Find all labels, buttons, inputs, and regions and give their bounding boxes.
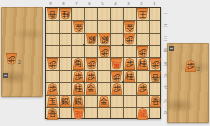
board-square-4-8[interactable]	[109, 94, 122, 106]
piece-glyph: 桂	[126, 73, 134, 81]
gote-hand-count: 2	[18, 60, 21, 65]
piece-glyph: 銀	[87, 35, 95, 43]
board-square-7-4[interactable]	[71, 44, 84, 56]
board-square-3-1[interactable]	[122, 7, 135, 19]
board-square-4-2[interactable]	[109, 19, 122, 31]
shogi-board: 香桂王金金銀銀歩歩歩歩角歩馬歩桂歩歩歩歩桂香歩桂金歩歩玉銀銀金香香龍龍	[45, 7, 161, 119]
piece-glyph: 桂	[74, 85, 82, 93]
gote-hand-panel: 歩 2	[1, 7, 43, 97]
file-label: 4	[114, 1, 116, 5]
board-square-6-2[interactable]	[84, 19, 97, 31]
piece-glyph: 歩	[126, 35, 134, 43]
sente-hand-piece-glyph: 歩	[187, 62, 195, 70]
sente-hand-count: 2	[197, 67, 200, 72]
file-label: 5	[101, 1, 103, 5]
board-square-9-6[interactable]	[45, 69, 58, 81]
piece-glyph: 角	[74, 60, 82, 68]
piece-glyph: 歩	[152, 60, 160, 68]
board-square-8-9[interactable]	[58, 107, 71, 119]
sente-hand-piece[interactable]: 歩	[185, 60, 196, 72]
rank-label: 五	[163, 61, 167, 65]
board-square-7-3[interactable]	[71, 32, 84, 44]
rank-label: 二	[163, 24, 167, 28]
piece-glyph: 王	[139, 10, 147, 18]
piece-glyph: 香	[152, 72, 160, 80]
piece-glyph: 龍	[74, 109, 82, 117]
board-square-5-7[interactable]	[97, 82, 110, 94]
board-square-6-1[interactable]	[84, 7, 97, 19]
piece-glyph: 桂	[139, 60, 147, 68]
piece-glyph: 金	[87, 85, 95, 93]
board-square-9-4[interactable]	[45, 44, 58, 56]
board-square-1-1[interactable]	[148, 7, 161, 19]
piece-glyph: 歩	[100, 47, 108, 55]
board-square-5-6[interactable]	[97, 69, 110, 81]
rank-label: 九	[163, 111, 167, 115]
file-label: 7	[75, 1, 77, 5]
board-square-8-3[interactable]	[58, 32, 71, 44]
piece-glyph: 歩	[74, 73, 82, 81]
piece-glyph: 歩	[48, 85, 56, 93]
board-square-7-1[interactable]	[71, 7, 84, 19]
file-label: 3	[127, 1, 129, 5]
piece-glyph: 銀	[61, 98, 69, 106]
file-label: 8	[63, 1, 65, 5]
board-square-2-6[interactable]	[135, 69, 148, 81]
rank-label: 六	[163, 73, 167, 77]
piece-glyph: 銀	[100, 35, 108, 43]
board-square-5-5[interactable]	[97, 57, 110, 69]
board-square-4-3[interactable]	[109, 32, 122, 44]
board-square-3-4[interactable]	[122, 44, 135, 56]
board-square-9-3[interactable]	[45, 32, 58, 44]
board-square-8-5[interactable]	[58, 57, 71, 69]
board-square-9-2[interactable]	[45, 19, 58, 31]
gote-hand-piece[interactable]: 歩	[6, 53, 17, 65]
board-square-3-7[interactable]	[122, 82, 135, 94]
board-square-6-8[interactable]	[84, 94, 97, 106]
piece-glyph: 金	[74, 22, 82, 30]
file-label: 1	[153, 1, 155, 5]
piece-glyph: 龍	[139, 110, 147, 118]
rank-label: 四	[163, 48, 167, 52]
piece-glyph: 桂	[61, 10, 69, 18]
piece-glyph: 玉	[48, 98, 56, 106]
piece-glyph: 歩	[139, 47, 147, 55]
rank-label: 八	[163, 98, 167, 102]
board-square-8-2[interactable]	[58, 19, 71, 31]
board-square-5-2[interactable]	[97, 19, 110, 31]
piece-glyph: 歩	[139, 85, 147, 93]
board-square-4-9[interactable]	[109, 107, 122, 119]
board-square-2-2[interactable]	[135, 19, 148, 31]
board-square-1-9[interactable]	[148, 107, 161, 119]
board-square-3-9[interactable]	[122, 107, 135, 119]
board-square-1-7[interactable]	[148, 82, 161, 94]
sente-hand-panel: 歩 2	[167, 43, 209, 123]
shogi-app: 歩 2 歩 2 香桂王金金銀銀歩歩歩歩角歩馬歩桂歩歩歩歩桂香歩桂金歩歩玉銀銀金香…	[0, 0, 210, 126]
piece-glyph: 香	[48, 110, 56, 118]
file-label: 2	[140, 1, 142, 5]
piece-glyph: 香	[152, 98, 160, 106]
piece-glyph: 歩	[113, 85, 121, 93]
board-square-2-8[interactable]	[135, 94, 148, 106]
rank-label: 七	[163, 86, 167, 90]
board-square-2-3[interactable]	[135, 32, 148, 44]
piece-glyph: 歩	[113, 72, 121, 80]
board-square-1-4[interactable]	[148, 44, 161, 56]
board-square-4-1[interactable]	[109, 7, 122, 19]
piece-glyph: 歩	[48, 60, 56, 68]
board-square-8-7[interactable]	[58, 82, 71, 94]
piece-glyph: 香	[48, 10, 56, 18]
board-square-4-4[interactable]	[109, 44, 122, 56]
gote-player-marker-icon	[3, 73, 8, 78]
board-square-3-8[interactable]	[122, 94, 135, 106]
board-square-8-6[interactable]	[58, 69, 71, 81]
rank-label: 一	[163, 11, 167, 15]
rank-label: 三	[163, 36, 167, 40]
gote-hand-piece-glyph: 歩	[8, 54, 16, 62]
board-square-6-9[interactable]	[84, 107, 97, 119]
file-label: 6	[88, 1, 90, 5]
sente-player-marker-icon	[169, 46, 174, 51]
piece-glyph: 歩	[126, 60, 134, 68]
board-square-5-9[interactable]	[97, 107, 110, 119]
piece-glyph: 金	[100, 98, 108, 106]
board-square-5-1[interactable]	[97, 7, 110, 19]
piece-glyph: 歩	[87, 60, 95, 68]
board-square-1-2[interactable]	[148, 19, 161, 31]
piece-glyph: 歩	[87, 73, 95, 81]
board-square-1-3[interactable]	[148, 32, 161, 44]
piece-glyph: 馬	[113, 60, 121, 68]
board-square-8-4[interactable]	[58, 44, 71, 56]
piece-glyph: 銀	[74, 98, 82, 106]
piece-glyph: 金	[126, 22, 134, 30]
board-square-6-4[interactable]	[84, 44, 97, 56]
file-label: 9	[50, 1, 52, 5]
